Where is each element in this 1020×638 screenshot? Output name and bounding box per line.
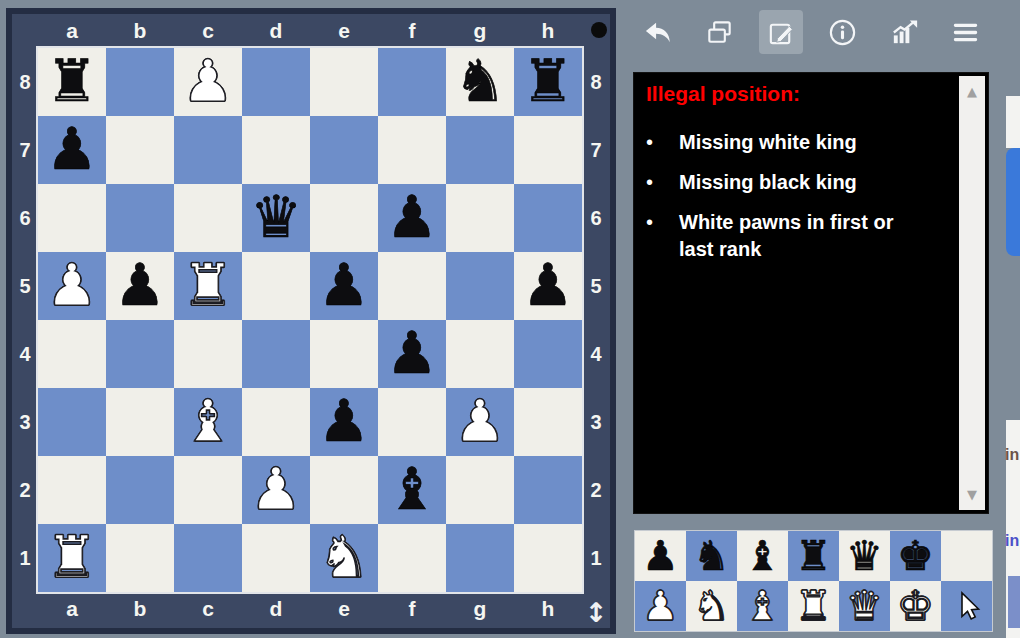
edit-button[interactable] [759, 10, 803, 54]
square-c4[interactable] [174, 320, 242, 388]
page-edge-blue-button-fragment [1006, 148, 1020, 256]
black-queen[interactable]: ♛ [242, 184, 310, 250]
square-b8[interactable] [106, 48, 174, 116]
file-labels-bottom: abcdefgh [38, 592, 582, 628]
square-f1[interactable] [378, 524, 446, 592]
square-b4[interactable] [106, 320, 174, 388]
copy-icon [704, 17, 735, 48]
white-pawn[interactable]: ♟ [174, 48, 242, 114]
square-c2[interactable] [174, 456, 242, 524]
square-d6[interactable]: ♛ [242, 184, 310, 252]
rank-label-5: 5 [12, 252, 38, 320]
black-rook[interactable]: ♜ [38, 48, 106, 114]
palette-black-pawn[interactable]: ♟ [635, 531, 686, 581]
square-g2[interactable] [446, 456, 514, 524]
flip-board-button[interactable]: ↕ [583, 594, 609, 632]
square-b2[interactable] [106, 456, 174, 524]
palette-white-queen[interactable]: ♛ [839, 581, 890, 631]
square-b1[interactable] [106, 524, 174, 592]
palette-cursor-tool[interactable] [941, 581, 992, 631]
palette-empty-cell[interactable] [941, 531, 992, 581]
page-edge-periwinkle-fragment [1008, 576, 1020, 628]
white-queen-icon: ♛ [846, 581, 883, 631]
square-e3[interactable]: ♟ [310, 388, 378, 456]
white-knight[interactable]: ♞ [310, 524, 378, 590]
error-item: •Missing white king [646, 129, 946, 156]
black-rook-icon: ♜ [795, 531, 832, 581]
menu-button[interactable] [944, 10, 988, 54]
square-e6[interactable] [310, 184, 378, 252]
file-label-c: c [174, 14, 242, 48]
square-g7[interactable] [446, 116, 514, 184]
white-pawn-icon: ♟ [642, 581, 679, 631]
square-d3[interactable] [242, 388, 310, 456]
error-panel: Illegal position: •Missing white king•Mi… [633, 72, 989, 514]
square-d8[interactable] [242, 48, 310, 116]
file-label-b: b [106, 592, 174, 628]
square-e5[interactable]: ♟ [310, 252, 378, 320]
square-f2[interactable]: ♝ [378, 456, 446, 524]
square-g1[interactable] [446, 524, 514, 592]
file-label-h: h [514, 14, 582, 48]
square-h5[interactable]: ♟ [514, 252, 582, 320]
rank-label-6: 6 [12, 184, 38, 252]
square-h2[interactable] [514, 456, 582, 524]
palette-black-knight[interactable]: ♞ [686, 531, 737, 581]
palette-black-queen[interactable]: ♛ [839, 531, 890, 581]
square-f6[interactable]: ♟ [378, 184, 446, 252]
square-e7[interactable] [310, 116, 378, 184]
black-queen-icon: ♛ [846, 531, 883, 581]
square-h3[interactable] [514, 388, 582, 456]
square-f8[interactable] [378, 48, 446, 116]
square-c1[interactable] [174, 524, 242, 592]
black-pawn[interactable]: ♟ [310, 252, 378, 318]
square-g6[interactable] [446, 184, 514, 252]
square-a5[interactable]: ♟ [38, 252, 106, 320]
square-b6[interactable] [106, 184, 174, 252]
black-rook[interactable]: ♜ [514, 48, 582, 114]
square-d1[interactable] [242, 524, 310, 592]
square-c6[interactable] [174, 184, 242, 252]
square-e4[interactable] [310, 320, 378, 388]
toolbar [636, 8, 988, 56]
square-h1[interactable] [514, 524, 582, 592]
file-label-a: a [38, 14, 106, 48]
white-bishop[interactable]: ♝ [174, 388, 242, 454]
white-rook[interactable]: ♜ [174, 252, 242, 318]
square-a8[interactable]: ♜ [38, 48, 106, 116]
black-pawn[interactable]: ♟ [378, 184, 446, 250]
rank-label-4: 4 [12, 320, 38, 388]
square-b3[interactable] [106, 388, 174, 456]
rank-label-8: 8 [582, 48, 610, 116]
square-b7[interactable] [106, 116, 174, 184]
square-a3[interactable] [38, 388, 106, 456]
info-icon [827, 17, 858, 48]
palette-white-king[interactable]: ♚ [890, 581, 941, 631]
black-pawn[interactable]: ♟ [378, 320, 446, 386]
rank-label-1: 1 [582, 524, 610, 592]
error-panel-content: Illegal position: •Missing white king•Mi… [646, 81, 946, 276]
scroll-down-button[interactable]: ▼ [959, 487, 985, 502]
square-e1[interactable]: ♞ [310, 524, 378, 592]
rank-labels-left: 87654321 [12, 48, 38, 592]
palette-black-king[interactable]: ♚ [890, 531, 941, 581]
palette-black-rook[interactable]: ♜ [788, 531, 839, 581]
rank-label-3: 3 [12, 388, 38, 456]
file-label-h: h [514, 592, 582, 628]
error-text: Missing black king [679, 169, 931, 196]
square-e8[interactable] [310, 48, 378, 116]
bullet-icon: • [646, 129, 679, 156]
rank-label-7: 7 [12, 116, 38, 184]
square-f3[interactable] [378, 388, 446, 456]
file-label-g: g [446, 14, 514, 48]
square-h7[interactable] [514, 116, 582, 184]
square-f7[interactable] [378, 116, 446, 184]
black-pawn[interactable]: ♟ [310, 388, 378, 454]
file-labels-top: abcdefgh [38, 14, 582, 48]
error-list: •Missing white king•Missing black king•W… [646, 129, 946, 263]
page-edge-white-fragment [1006, 96, 1020, 148]
panel-scrollbar[interactable]: ▲ ▼ [959, 76, 985, 510]
black-knight[interactable]: ♞ [446, 48, 514, 114]
page-edge-text-fragment: in [1005, 532, 1019, 550]
file-label-b: b [106, 14, 174, 48]
rank-label-5: 5 [582, 252, 610, 320]
square-e2[interactable] [310, 456, 378, 524]
error-text: White pawns in first or last rank [679, 209, 931, 263]
palette-white-knight[interactable]: ♞ [686, 581, 737, 631]
edit-icon [766, 17, 797, 48]
rank-labels-right: 87654321 [582, 48, 610, 592]
bullet-icon: • [646, 209, 679, 263]
file-label-f: f [378, 14, 446, 48]
info-button[interactable] [821, 10, 865, 54]
black-bishop[interactable]: ♝ [378, 456, 446, 522]
error-panel-title: Illegal position: [646, 81, 946, 107]
file-label-c: c [174, 592, 242, 628]
undo-button[interactable] [636, 10, 680, 54]
piece-palette: ♟♞♝♜♛♚♟♞♝♜♛♚ [634, 530, 993, 632]
undo-icon [643, 17, 674, 48]
square-a4[interactable] [38, 320, 106, 388]
rank-label-8: 8 [12, 48, 38, 116]
rank-label-4: 4 [582, 320, 610, 388]
rank-label-3: 3 [582, 388, 610, 456]
square-c7[interactable] [174, 116, 242, 184]
square-h8[interactable]: ♜ [514, 48, 582, 116]
copy-button[interactable] [698, 10, 742, 54]
file-label-g: g [446, 592, 514, 628]
square-a7[interactable]: ♟ [38, 116, 106, 184]
file-label-a: a [38, 592, 106, 628]
white-bishop-icon: ♝ [744, 581, 781, 631]
white-knight-icon: ♞ [693, 581, 730, 631]
square-h4[interactable] [514, 320, 582, 388]
cursor-icon [952, 590, 982, 622]
white-rook[interactable]: ♜ [38, 524, 106, 590]
stats-icon [889, 17, 920, 48]
file-label-e: e [310, 592, 378, 628]
white-pawn[interactable]: ♟ [446, 388, 514, 454]
black-king-icon: ♚ [897, 531, 934, 581]
palette-white-pawn[interactable]: ♟ [635, 581, 686, 631]
square-h6[interactable] [514, 184, 582, 252]
board-outer-frame: abcdefgh 87654321 ♜♟♞♜♟♛♟♟♟♜♟♟♟♝♟♟♟♝♜♞ 8… [6, 8, 616, 634]
palette-white-bishop[interactable]: ♝ [737, 581, 788, 631]
palette-white-rook[interactable]: ♜ [788, 581, 839, 631]
square-f4[interactable]: ♟ [378, 320, 446, 388]
rank-label-2: 2 [582, 456, 610, 524]
square-d7[interactable] [242, 116, 310, 184]
page-edge-text-fragment: in [1005, 446, 1019, 464]
square-c5[interactable]: ♜ [174, 252, 242, 320]
file-label-d: d [242, 14, 310, 48]
scroll-up-button[interactable]: ▲ [959, 84, 985, 99]
white-rook-icon: ♜ [795, 581, 832, 631]
square-g4[interactable] [446, 320, 514, 388]
square-a2[interactable] [38, 456, 106, 524]
stats-button[interactable] [882, 10, 926, 54]
square-c8[interactable]: ♟ [174, 48, 242, 116]
square-b5[interactable]: ♟ [106, 252, 174, 320]
white-king-icon: ♚ [897, 581, 934, 631]
square-d5[interactable] [242, 252, 310, 320]
palette-black-bishop[interactable]: ♝ [737, 531, 788, 581]
error-item: •Missing black king [646, 169, 946, 196]
file-label-f: f [378, 592, 446, 628]
white-pawn[interactable]: ♟ [38, 252, 106, 318]
menu-icon [950, 17, 981, 48]
black-bishop-icon: ♝ [744, 531, 781, 581]
black-knight-icon: ♞ [693, 531, 730, 581]
file-label-e: e [310, 14, 378, 48]
black-pawn-icon: ♟ [642, 531, 679, 581]
black-pawn[interactable]: ♟ [38, 116, 106, 182]
square-d2[interactable]: ♟ [242, 456, 310, 524]
rank-label-6: 6 [582, 184, 610, 252]
square-c3[interactable]: ♝ [174, 388, 242, 456]
square-d4[interactable] [242, 320, 310, 388]
white-pawn[interactable]: ♟ [242, 456, 310, 522]
square-g3[interactable]: ♟ [446, 388, 514, 456]
square-f5[interactable] [378, 252, 446, 320]
black-pawn[interactable]: ♟ [106, 252, 174, 318]
bullet-icon: • [646, 169, 679, 196]
rank-label-7: 7 [582, 116, 610, 184]
chess-board[interactable]: ♜♟♞♜♟♛♟♟♟♜♟♟♟♝♟♟♟♝♜♞ [38, 48, 582, 592]
rank-label-1: 1 [12, 524, 38, 592]
square-g8[interactable]: ♞ [446, 48, 514, 116]
board-frame: abcdefgh 87654321 ♜♟♞♜♟♛♟♟♟♜♟♟♟♝♟♟♟♝♜♞ 8… [12, 14, 610, 628]
black-pawn[interactable]: ♟ [514, 252, 582, 318]
square-g5[interactable] [446, 252, 514, 320]
square-a1[interactable]: ♜ [38, 524, 106, 592]
file-label-d: d [242, 592, 310, 628]
error-text: Missing white king [679, 129, 931, 156]
error-item: •White pawns in first or last rank [646, 209, 946, 263]
rank-label-2: 2 [12, 456, 38, 524]
square-a6[interactable] [38, 184, 106, 252]
side-to-move-indicator-black-dot [591, 22, 607, 38]
